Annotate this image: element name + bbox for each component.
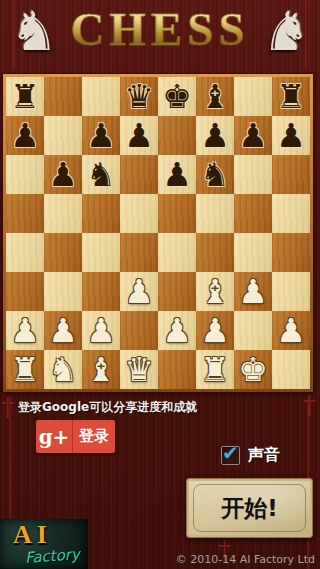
square-f2[interactable]: ♟ <box>196 311 234 350</box>
square-b2[interactable]: ♟ <box>44 311 82 350</box>
piece-black-pawn: ♟ <box>276 116 306 155</box>
login-button-label: 登录 <box>73 420 115 453</box>
square-c4[interactable] <box>82 233 120 272</box>
sound-toggle[interactable]: ✔ 声音 <box>221 445 280 466</box>
square-c6[interactable]: ♞ <box>82 155 120 194</box>
square-a3[interactable] <box>6 272 44 311</box>
piece-black-king: ♚ <box>162 77 192 116</box>
square-e6[interactable]: ♟ <box>158 155 196 194</box>
square-h4[interactable] <box>272 233 310 272</box>
square-a5[interactable] <box>6 194 44 233</box>
piece-white-knight: ♞ <box>48 350 78 389</box>
piece-black-rook: ♜ <box>10 77 40 116</box>
square-a1[interactable]: ♜ <box>6 350 44 389</box>
square-h5[interactable] <box>272 194 310 233</box>
piece-white-bishop: ♝ <box>200 272 230 311</box>
square-c5[interactable] <box>82 194 120 233</box>
piece-black-pawn: ♟ <box>48 155 78 194</box>
piece-black-pawn: ♟ <box>124 116 154 155</box>
chess-app: † † † ♞ CHESS ♞ ♜♛♚♝♜♟♟♟♟♟♟♟♞♟♞♟♝♟♟♟♟♟♟♟… <box>0 0 320 569</box>
google-login-prompt: 登录Google可以分享进度和成就 <box>18 399 197 416</box>
square-b7[interactable] <box>44 116 82 155</box>
square-d8[interactable]: ♛ <box>120 77 158 116</box>
piece-black-rook: ♜ <box>276 77 306 116</box>
piece-white-bishop: ♝ <box>86 350 116 389</box>
square-b8[interactable] <box>44 77 82 116</box>
square-c8[interactable] <box>82 77 120 116</box>
square-a4[interactable] <box>6 233 44 272</box>
square-h6[interactable] <box>272 155 310 194</box>
square-h2[interactable]: ♟ <box>272 311 310 350</box>
ai-factory-logo: AI Factory <box>0 519 88 569</box>
square-c1[interactable]: ♝ <box>82 350 120 389</box>
checkmark-icon: ✔ <box>222 441 239 465</box>
piece-white-pawn: ♟ <box>162 311 192 350</box>
square-e7[interactable] <box>158 116 196 155</box>
square-d2[interactable] <box>120 311 158 350</box>
piece-black-queen: ♛ <box>124 77 154 116</box>
square-h1[interactable] <box>272 350 310 389</box>
piece-black-pawn: ♟ <box>238 116 268 155</box>
piece-black-pawn: ♟ <box>162 155 192 194</box>
square-g1[interactable]: ♚ <box>234 350 272 389</box>
square-d1[interactable]: ♛ <box>120 350 158 389</box>
square-a6[interactable] <box>6 155 44 194</box>
square-e3[interactable] <box>158 272 196 311</box>
piece-black-knight: ♞ <box>86 155 116 194</box>
square-e4[interactable] <box>158 233 196 272</box>
piece-black-pawn: ♟ <box>200 116 230 155</box>
google-plus-login-button[interactable]: g+ 登录 <box>36 420 115 453</box>
piece-white-king: ♚ <box>238 350 268 389</box>
square-f8[interactable]: ♝ <box>196 77 234 116</box>
piece-black-knight: ♞ <box>200 155 230 194</box>
square-b1[interactable]: ♞ <box>44 350 82 389</box>
square-a8[interactable]: ♜ <box>6 77 44 116</box>
google-plus-icon: g+ <box>36 420 73 453</box>
square-f5[interactable] <box>196 194 234 233</box>
square-f4[interactable] <box>196 233 234 272</box>
piece-black-pawn: ♟ <box>86 116 116 155</box>
piece-white-rook: ♜ <box>10 350 40 389</box>
square-f7[interactable]: ♟ <box>196 116 234 155</box>
square-b4[interactable] <box>44 233 82 272</box>
square-h3[interactable] <box>272 272 310 311</box>
piece-white-pawn: ♟ <box>238 272 268 311</box>
square-h7[interactable]: ♟ <box>272 116 310 155</box>
square-c3[interactable] <box>82 272 120 311</box>
sound-checkbox[interactable]: ✔ <box>221 446 240 465</box>
piece-white-pawn: ♟ <box>10 311 40 350</box>
knight-logo-right-icon: ♞ <box>262 2 310 62</box>
square-a2[interactable]: ♟ <box>6 311 44 350</box>
square-a7[interactable]: ♟ <box>6 116 44 155</box>
start-button[interactable]: 开始! <box>186 478 313 538</box>
dagger-ornament-icon: † <box>1 392 14 422</box>
piece-white-queen: ♛ <box>124 350 154 389</box>
piece-black-pawn: ♟ <box>10 116 40 155</box>
square-e1[interactable] <box>158 350 196 389</box>
chess-board: ♜♛♚♝♜♟♟♟♟♟♟♟♞♟♞♟♝♟♟♟♟♟♟♟♜♞♝♛♜♚ <box>6 77 310 389</box>
sound-label: 声音 <box>248 445 280 466</box>
piece-white-pawn: ♟ <box>276 311 306 350</box>
piece-white-pawn: ♟ <box>124 272 154 311</box>
square-f6[interactable]: ♞ <box>196 155 234 194</box>
square-e2[interactable]: ♟ <box>158 311 196 350</box>
square-h8[interactable]: ♜ <box>272 77 310 116</box>
square-g8[interactable] <box>234 77 272 116</box>
header: ♞ CHESS ♞ <box>0 0 320 70</box>
dagger-ornament-icon: † <box>303 390 316 420</box>
square-g2[interactable] <box>234 311 272 350</box>
chess-board-frame: ♜♛♚♝♜♟♟♟♟♟♟♟♞♟♞♟♝♟♟♟♟♟♟♟♜♞♝♛♜♚ <box>3 74 313 392</box>
square-f1[interactable]: ♜ <box>196 350 234 389</box>
square-g6[interactable] <box>234 155 272 194</box>
square-c2[interactable]: ♟ <box>82 311 120 350</box>
square-e8[interactable]: ♚ <box>158 77 196 116</box>
square-b3[interactable] <box>44 272 82 311</box>
ai-logo-text: AI <box>13 520 52 550</box>
piece-white-rook: ♜ <box>200 350 230 389</box>
start-button-label: 开始! <box>193 484 306 532</box>
square-e5[interactable] <box>158 194 196 233</box>
square-d4[interactable] <box>120 233 158 272</box>
square-d7[interactable]: ♟ <box>120 116 158 155</box>
square-f3[interactable]: ♝ <box>196 272 234 311</box>
piece-white-pawn: ♟ <box>48 311 78 350</box>
copyright-text: © 2010-14 AI Factory Ltd <box>176 553 315 566</box>
square-d5[interactable] <box>120 194 158 233</box>
square-c7[interactable]: ♟ <box>82 116 120 155</box>
piece-black-bishop: ♝ <box>200 77 230 116</box>
square-g3[interactable]: ♟ <box>234 272 272 311</box>
square-d6[interactable] <box>120 155 158 194</box>
square-g4[interactable] <box>234 233 272 272</box>
factory-logo-text: Factory <box>24 545 80 567</box>
square-g7[interactable]: ♟ <box>234 116 272 155</box>
square-b6[interactable]: ♟ <box>44 155 82 194</box>
square-d3[interactable]: ♟ <box>120 272 158 311</box>
piece-white-pawn: ♟ <box>200 311 230 350</box>
square-b5[interactable] <box>44 194 82 233</box>
piece-white-pawn: ♟ <box>86 311 116 350</box>
square-g5[interactable] <box>234 194 272 233</box>
